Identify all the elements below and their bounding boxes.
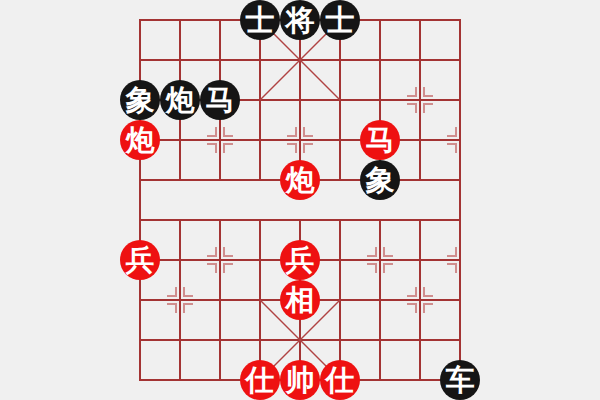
piece-black-chariot[interactable]: 车 bbox=[440, 360, 480, 400]
piece-red-soldier[interactable]: 兵 bbox=[120, 240, 160, 280]
piece-black-elephant[interactable]: 象 bbox=[360, 160, 400, 200]
piece-black-cannon[interactable]: 炮 bbox=[160, 80, 200, 120]
piece-red-advisor[interactable]: 仕 bbox=[240, 360, 280, 400]
piece-red-cannon[interactable]: 炮 bbox=[120, 120, 160, 160]
piece-black-advisor[interactable]: 士 bbox=[320, 0, 360, 40]
piece-red-horse[interactable]: 马 bbox=[360, 120, 400, 160]
piece-black-horse[interactable]: 马 bbox=[200, 80, 240, 120]
pieces-layer: 士将士象炮马炮马炮象兵兵相仕帅仕车 bbox=[0, 0, 600, 400]
piece-black-general[interactable]: 将 bbox=[280, 0, 320, 40]
piece-red-king[interactable]: 帅 bbox=[280, 360, 320, 400]
piece-red-soldier[interactable]: 兵 bbox=[280, 240, 320, 280]
piece-red-cannon[interactable]: 炮 bbox=[280, 160, 320, 200]
piece-red-elephant[interactable]: 相 bbox=[280, 280, 320, 320]
piece-black-elephant[interactable]: 象 bbox=[120, 80, 160, 120]
piece-red-advisor[interactable]: 仕 bbox=[320, 360, 360, 400]
piece-black-advisor[interactable]: 士 bbox=[240, 0, 280, 40]
xiangqi-board[interactable]: 士将士象炮马炮马炮象兵兵相仕帅仕车 bbox=[0, 0, 600, 400]
